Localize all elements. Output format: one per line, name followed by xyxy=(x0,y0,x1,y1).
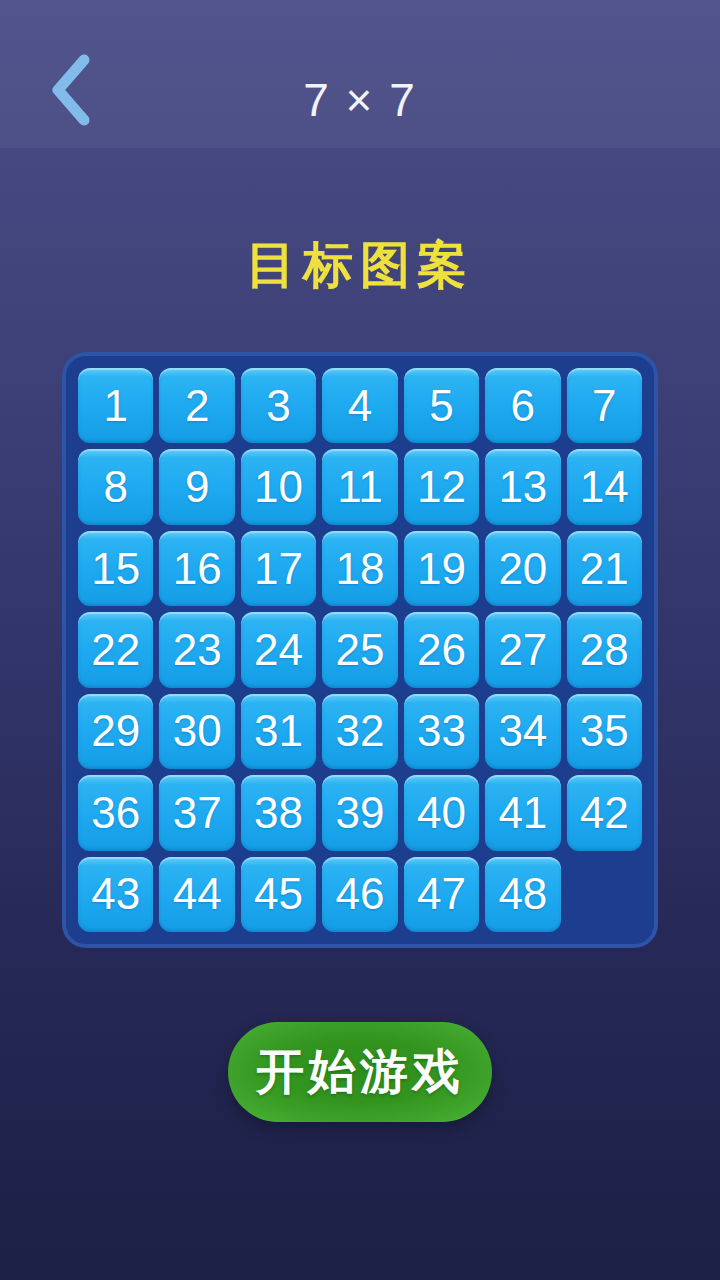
tile-22: 22 xyxy=(78,612,153,687)
tile-19: 19 xyxy=(404,531,479,606)
tile-10: 10 xyxy=(241,449,316,524)
tile-34: 34 xyxy=(485,694,560,769)
tile-18: 18 xyxy=(322,531,397,606)
header-bar: 7 × 7 xyxy=(0,0,720,148)
tile-25: 25 xyxy=(322,612,397,687)
tile-29: 29 xyxy=(78,694,153,769)
tile-11: 11 xyxy=(322,449,397,524)
tile-37: 37 xyxy=(159,775,234,850)
tile-13: 13 xyxy=(485,449,560,524)
start-game-button[interactable]: 开始游戏 xyxy=(228,1022,492,1122)
target-pattern-label: 目标图案 xyxy=(0,234,720,296)
empty-cell xyxy=(567,857,642,932)
tile-27: 27 xyxy=(485,612,560,687)
tile-28: 28 xyxy=(567,612,642,687)
tile-43: 43 xyxy=(78,857,153,932)
tile-44: 44 xyxy=(159,857,234,932)
tile-32: 32 xyxy=(322,694,397,769)
tile-38: 38 xyxy=(241,775,316,850)
tile-3: 3 xyxy=(241,368,316,443)
tile-47: 47 xyxy=(404,857,479,932)
tile-48: 48 xyxy=(485,857,560,932)
tile-20: 20 xyxy=(485,531,560,606)
tile-36: 36 xyxy=(78,775,153,850)
tile-33: 33 xyxy=(404,694,479,769)
page-title: 7 × 7 xyxy=(0,70,720,130)
tile-26: 26 xyxy=(404,612,479,687)
tile-4: 4 xyxy=(322,368,397,443)
tile-6: 6 xyxy=(485,368,560,443)
tile-1: 1 xyxy=(78,368,153,443)
tile-24: 24 xyxy=(241,612,316,687)
tile-35: 35 xyxy=(567,694,642,769)
tile-16: 16 xyxy=(159,531,234,606)
tile-7: 7 xyxy=(567,368,642,443)
tile-39: 39 xyxy=(322,775,397,850)
tile-41: 41 xyxy=(485,775,560,850)
tile-12: 12 xyxy=(404,449,479,524)
tile-17: 17 xyxy=(241,531,316,606)
puzzle-board: 1234567891011121314151617181920212223242… xyxy=(62,352,658,948)
tile-5: 5 xyxy=(404,368,479,443)
tile-2: 2 xyxy=(159,368,234,443)
tile-30: 30 xyxy=(159,694,234,769)
tile-23: 23 xyxy=(159,612,234,687)
tile-42: 42 xyxy=(567,775,642,850)
tile-45: 45 xyxy=(241,857,316,932)
tile-15: 15 xyxy=(78,531,153,606)
tile-14: 14 xyxy=(567,449,642,524)
tile-21: 21 xyxy=(567,531,642,606)
tile-9: 9 xyxy=(159,449,234,524)
tile-31: 31 xyxy=(241,694,316,769)
tile-46: 46 xyxy=(322,857,397,932)
tile-40: 40 xyxy=(404,775,479,850)
tile-8: 8 xyxy=(78,449,153,524)
